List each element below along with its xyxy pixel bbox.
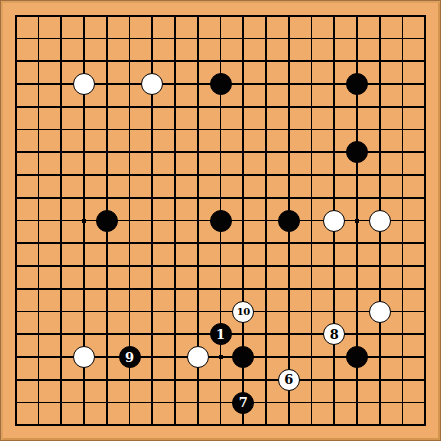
- stone-white-L6[interactable]: 10: [232, 301, 254, 323]
- stone-black-F4[interactable]: 9: [119, 346, 141, 368]
- go-board: 1018967: [0, 0, 441, 441]
- move-number-label: 6: [284, 373, 293, 386]
- move-number-label: 8: [330, 328, 339, 341]
- stone-black-Q13[interactable]: [346, 141, 368, 163]
- stone-white-D4[interactable]: [73, 346, 95, 368]
- move-number-label: 1: [216, 328, 225, 341]
- move-number-label: 7: [239, 396, 248, 409]
- stone-black-L2[interactable]: 7: [232, 392, 254, 414]
- stone-black-Q16[interactable]: [346, 73, 368, 95]
- stone-black-K16[interactable]: [210, 73, 232, 95]
- stone-black-K5[interactable]: 1: [210, 323, 232, 345]
- stone-white-P10[interactable]: [323, 210, 345, 232]
- stone-white-P5[interactable]: 8: [323, 323, 345, 345]
- stone-black-L4[interactable]: [232, 346, 254, 368]
- stone-black-Q4[interactable]: [346, 346, 368, 368]
- stone-white-N3[interactable]: 6: [278, 369, 300, 391]
- stone-black-K10[interactable]: [210, 210, 232, 232]
- stone-white-D16[interactable]: [73, 73, 95, 95]
- move-number-label: 10: [237, 307, 250, 317]
- stone-black-E10[interactable]: [96, 210, 118, 232]
- stone-white-R10[interactable]: [369, 210, 391, 232]
- stone-white-G16[interactable]: [141, 73, 163, 95]
- move-number-label: 9: [125, 351, 134, 364]
- stone-white-J4[interactable]: [187, 346, 209, 368]
- stone-white-R6[interactable]: [369, 301, 391, 323]
- stone-black-N10[interactable]: [278, 210, 300, 232]
- board-grid[interactable]: 1018967: [4, 4, 436, 436]
